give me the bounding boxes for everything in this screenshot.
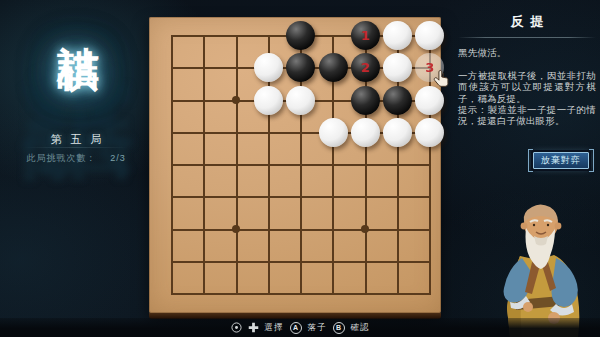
attempts-label: 此局挑戰次數： <box>26 153 96 163</box>
white-stone <box>415 21 444 50</box>
game-screen: 詰棋 詰棋 第五局 此局挑戰次數：2/3 123 反提 黑先做活。 一方被提取棋… <box>0 0 600 337</box>
black-stone <box>286 21 315 50</box>
black-stone <box>286 53 315 82</box>
white-stone <box>383 118 412 147</box>
control-label-place-stone: 落子 <box>308 322 327 334</box>
white-stone <box>383 53 412 82</box>
black-stone <box>319 53 348 82</box>
white-stone <box>319 118 348 147</box>
left-stick-icon <box>231 322 242 333</box>
white-stone <box>254 53 283 82</box>
bottom-bar: 選擇 A 落子 B 確認 <box>0 318 600 337</box>
star-point <box>232 96 240 104</box>
lesson-panel: 反提 黑先做活。 一方被提取棋子後，因並非打劫而使該方可以立即提還對方棋子，稱為… <box>458 13 596 126</box>
control-label-confirm: 確認 <box>351 322 370 334</box>
hint-text: 提示：製造並非一子提一子的情況，提還白子做出眼形。 <box>458 104 596 126</box>
control-label-select: 選擇 <box>265 322 284 334</box>
white-stone <box>415 118 444 147</box>
attempts-counter: 此局挑戰次數：2/3 <box>0 152 152 165</box>
left-divider <box>24 147 128 148</box>
tap-hand-cursor-icon <box>432 69 452 91</box>
attempts-value: 2/3 <box>110 153 126 163</box>
white-stone <box>383 21 412 50</box>
black-stone <box>383 86 412 115</box>
rule-description: 一方被提取棋子後，因並非打劫而使該方可以立即提還對方棋子，稱為反提。 <box>458 70 596 104</box>
mode-title-calligraphy: 詰棋 <box>55 12 101 132</box>
white-stone <box>286 86 315 115</box>
resign-button[interactable]: 放棄對弈 <box>533 152 589 169</box>
black-stone <box>351 86 380 115</box>
lesson-title: 反提 <box>458 13 596 31</box>
move-number: 1 <box>350 21 380 51</box>
star-point <box>232 225 240 233</box>
white-stone <box>351 118 380 147</box>
white-stone <box>254 86 283 115</box>
go-board: 123 <box>149 17 441 313</box>
objective-text: 黑先做活。 <box>458 47 596 58</box>
move-number: 2 <box>350 53 380 83</box>
button-a-icon: A <box>290 322 302 334</box>
star-point <box>361 225 369 233</box>
lesson-divider <box>458 37 596 38</box>
dpad-icon <box>248 322 259 333</box>
goban-grid[interactable]: 123 <box>171 35 431 295</box>
button-b-icon: B <box>333 322 345 334</box>
character-illustration <box>484 196 600 337</box>
round-label: 第五局 <box>0 132 152 147</box>
